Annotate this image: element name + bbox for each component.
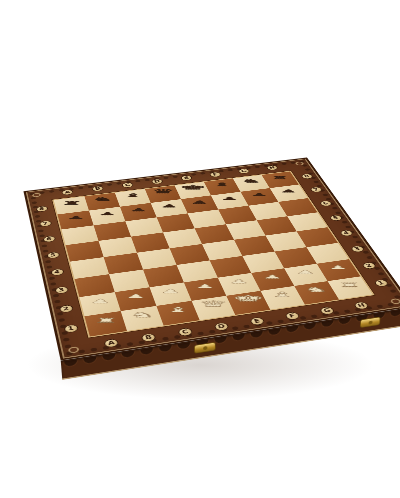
scene: ABCDEFGH ABCDEFGH 87654321 87654321 ♜♞♝♛… bbox=[0, 29, 400, 459]
coord-cell: 5 bbox=[36, 245, 70, 266]
frame-corner-ring bbox=[389, 298, 400, 305]
square-b3[interactable] bbox=[109, 270, 149, 293]
square-d4[interactable] bbox=[170, 244, 210, 265]
piece-black-pawn-c7[interactable]: ♟ bbox=[122, 204, 155, 212]
coord-rank-6-left: 6 bbox=[42, 235, 55, 242]
square-d1[interactable] bbox=[192, 296, 236, 320]
pawn-icon: ♟ bbox=[262, 274, 283, 279]
coord-file-f-back: F bbox=[209, 171, 222, 177]
pawn-icon: ♟ bbox=[129, 208, 148, 212]
pawn-icon: ♟ bbox=[190, 200, 209, 204]
square-c3[interactable] bbox=[143, 265, 184, 287]
square-g3[interactable] bbox=[275, 247, 317, 268]
square-g2[interactable] bbox=[284, 264, 327, 286]
coord-rank-2-right: 2 bbox=[361, 262, 377, 270]
coord-cell: 1 bbox=[52, 316, 90, 341]
rook-icon: ♜ bbox=[270, 175, 290, 179]
pawn-icon: ♟ bbox=[160, 204, 179, 208]
frame-corner-ring bbox=[295, 161, 305, 165]
square-a2[interactable] bbox=[79, 292, 120, 316]
product-photo: ABCDEFGH ABCDEFGH 87654321 87654321 ♜♞♝♛… bbox=[0, 0, 400, 498]
piece-white-king-e1[interactable]: ♚ bbox=[230, 292, 266, 303]
piece-black-king-e8[interactable]: ♚ bbox=[177, 183, 208, 191]
piece-black-knight-g8[interactable]: ♞ bbox=[236, 176, 266, 184]
piece-white-pawn-g2[interactable]: ♟ bbox=[288, 265, 323, 275]
coord-cell: 7 bbox=[29, 214, 61, 233]
coord-cell: 3 bbox=[44, 279, 80, 302]
pawn-icon: ♟ bbox=[279, 189, 297, 193]
chess-board: ABCDEFGH ABCDEFGH 87654321 87654321 ♜♞♝♛… bbox=[23, 158, 400, 361]
frame-corner-ring bbox=[68, 346, 80, 353]
pawn-icon: ♟ bbox=[160, 289, 181, 294]
king-icon: ♚ bbox=[178, 184, 207, 190]
coord-rank-3-right: 3 bbox=[350, 245, 366, 253]
square-e2[interactable] bbox=[218, 273, 261, 296]
pawn-icon: ♟ bbox=[98, 212, 118, 216]
piece-black-pawn-g7[interactable]: ♟ bbox=[244, 189, 275, 197]
pawn-icon: ♟ bbox=[194, 284, 215, 289]
square-a1[interactable] bbox=[85, 311, 127, 336]
pawn-icon: ♟ bbox=[89, 299, 111, 304]
coord-rank-6-right: 6 bbox=[319, 200, 333, 207]
square-d3[interactable] bbox=[177, 260, 218, 282]
piece-black-pawn-f7[interactable]: ♟ bbox=[214, 193, 245, 201]
piece-black-knight-b8[interactable]: ♞ bbox=[87, 193, 120, 201]
knight-icon: ♞ bbox=[91, 197, 114, 202]
square-h2[interactable] bbox=[317, 259, 361, 281]
pawn-icon: ♟ bbox=[328, 265, 349, 270]
coord-rank-5-left: 5 bbox=[46, 251, 60, 259]
frame-corner-ring bbox=[32, 193, 41, 198]
queen-icon: ♛ bbox=[150, 188, 177, 194]
rook-icon: ♜ bbox=[337, 282, 361, 288]
piece-white-pawn-a2[interactable]: ♟ bbox=[82, 293, 120, 304]
pawn-icon: ♟ bbox=[295, 270, 316, 275]
square-b2[interactable] bbox=[115, 287, 157, 311]
coord-cell: 2 bbox=[349, 255, 389, 276]
king-icon: ♚ bbox=[231, 294, 265, 302]
piece-black-queen-d8[interactable]: ♛ bbox=[148, 186, 179, 194]
pawn-icon: ♟ bbox=[220, 197, 238, 201]
coord-rank-1-left: 1 bbox=[63, 324, 78, 333]
piece-white-rook-h1[interactable]: ♜ bbox=[331, 277, 367, 287]
coord-file-h-front: H bbox=[353, 301, 370, 310]
coord-cell: 3 bbox=[338, 239, 377, 259]
coord-file-f-front: F bbox=[284, 311, 301, 320]
piece-black-bishop-f8[interactable]: ♝ bbox=[207, 179, 237, 187]
knight-icon: ♞ bbox=[240, 179, 261, 184]
piece-black-pawn-d7[interactable]: ♟ bbox=[153, 200, 185, 208]
coord-rank-7-left: 7 bbox=[39, 220, 52, 227]
piece-white-pawn-b2[interactable]: ♟ bbox=[118, 288, 155, 299]
coord-cell: 1 bbox=[360, 272, 400, 294]
pawn-icon: ♟ bbox=[125, 294, 147, 299]
coord-file-a-front: A bbox=[103, 338, 119, 348]
coord-rank-7-right: 7 bbox=[309, 187, 323, 193]
coord-cell: 4 bbox=[40, 262, 75, 284]
coord-rank-5-right: 5 bbox=[328, 215, 343, 222]
piece-black-rook-h8[interactable]: ♜ bbox=[265, 172, 295, 179]
coord-rank-4-right: 4 bbox=[339, 230, 354, 237]
piece-white-queen-d1[interactable]: ♛ bbox=[195, 297, 231, 308]
coord-rank-3-left: 3 bbox=[54, 286, 68, 294]
coord-cell: 8 bbox=[26, 200, 57, 218]
coord-rank-8-left: 8 bbox=[35, 206, 48, 213]
coord-file-a-back: A bbox=[61, 189, 74, 195]
bishop-icon: ♝ bbox=[121, 193, 144, 198]
square-d2[interactable] bbox=[184, 278, 226, 301]
piece-white-pawn-h2[interactable]: ♟ bbox=[320, 260, 355, 270]
piece-white-knight-g1[interactable]: ♞ bbox=[298, 282, 334, 292]
coord-file-c-back: C bbox=[121, 182, 134, 188]
piece-black-rook-a8[interactable]: ♜ bbox=[56, 197, 89, 205]
square-h1[interactable] bbox=[328, 276, 373, 299]
pawn-icon: ♟ bbox=[229, 279, 250, 284]
piece-white-pawn-f2[interactable]: ♟ bbox=[255, 269, 290, 279]
knight-icon: ♞ bbox=[303, 286, 329, 292]
square-g1[interactable] bbox=[294, 281, 339, 304]
square-f3[interactable] bbox=[242, 252, 284, 273]
piece-white-knight-b1[interactable]: ♞ bbox=[124, 307, 162, 318]
square-f1[interactable] bbox=[261, 286, 305, 310]
square-a4[interactable] bbox=[70, 257, 109, 279]
coord-file-g-back: G bbox=[237, 168, 250, 174]
rook-icon: ♜ bbox=[61, 201, 83, 206]
coord-file-e-front: E bbox=[249, 316, 265, 325]
square-b4[interactable] bbox=[104, 253, 143, 275]
queen-icon: ♛ bbox=[198, 300, 229, 308]
square-e3[interactable] bbox=[210, 256, 252, 278]
coord-rank-4-left: 4 bbox=[50, 268, 64, 276]
bishop-icon: ♝ bbox=[269, 291, 295, 298]
piece-black-pawn-h7[interactable]: ♟ bbox=[273, 185, 304, 193]
coord-rank-1-right: 1 bbox=[373, 279, 389, 287]
pieces-layer: ♜♞♝♛♚♝♞♜♟♟♟♟♟♟♟♟♟♟♟♟♟♟♟♟♜♞♝♛♚♝♞♜ bbox=[54, 171, 373, 336]
coord-file-b-back: B bbox=[91, 185, 104, 191]
piece-white-bishop-f1[interactable]: ♝ bbox=[264, 287, 300, 298]
coord-rank-2-left: 2 bbox=[59, 304, 74, 313]
piece-white-bishop-c1[interactable]: ♝ bbox=[160, 302, 197, 313]
bishop-icon: ♝ bbox=[164, 306, 191, 313]
square-b1[interactable] bbox=[121, 306, 164, 331]
square-c1[interactable] bbox=[156, 301, 199, 326]
coord-cell: 2 bbox=[48, 297, 85, 321]
square-e1[interactable] bbox=[226, 291, 270, 315]
square-c2[interactable] bbox=[150, 282, 192, 305]
square-f2[interactable] bbox=[251, 268, 294, 291]
coord-cell: 6 bbox=[33, 229, 66, 249]
piece-black-pawn-e7[interactable]: ♟ bbox=[184, 196, 215, 204]
pawn-icon: ♟ bbox=[250, 193, 268, 197]
coord-file-d-front: D bbox=[213, 322, 229, 331]
coord-file-h-back: H bbox=[266, 165, 279, 171]
coord-file-e-back: E bbox=[180, 175, 193, 181]
pawn-icon: ♟ bbox=[66, 216, 86, 220]
coord-rank-8-right: 8 bbox=[300, 173, 314, 179]
coord-file-b-front: B bbox=[140, 333, 156, 343]
square-a3[interactable] bbox=[75, 274, 115, 297]
coord-file-d-back: D bbox=[151, 178, 164, 184]
piece-white-pawn-c2[interactable]: ♟ bbox=[153, 283, 189, 294]
piece-white-rook-a1[interactable]: ♜ bbox=[87, 312, 126, 323]
piece-white-pawn-d2[interactable]: ♟ bbox=[187, 279, 223, 289]
square-c4[interactable] bbox=[137, 248, 177, 269]
knight-icon: ♞ bbox=[129, 311, 156, 318]
piece-black-pawn-a7[interactable]: ♟ bbox=[60, 211, 94, 219]
piece-black-pawn-b7[interactable]: ♟ bbox=[91, 208, 124, 216]
piece-black-bishop-c8[interactable]: ♝ bbox=[117, 190, 149, 198]
piece-white-pawn-e2[interactable]: ♟ bbox=[221, 274, 256, 284]
rook-icon: ♜ bbox=[93, 317, 119, 323]
coord-file-g-front: G bbox=[319, 306, 336, 315]
coord-file-c-front: C bbox=[177, 327, 193, 336]
bishop-icon: ♝ bbox=[211, 182, 233, 187]
